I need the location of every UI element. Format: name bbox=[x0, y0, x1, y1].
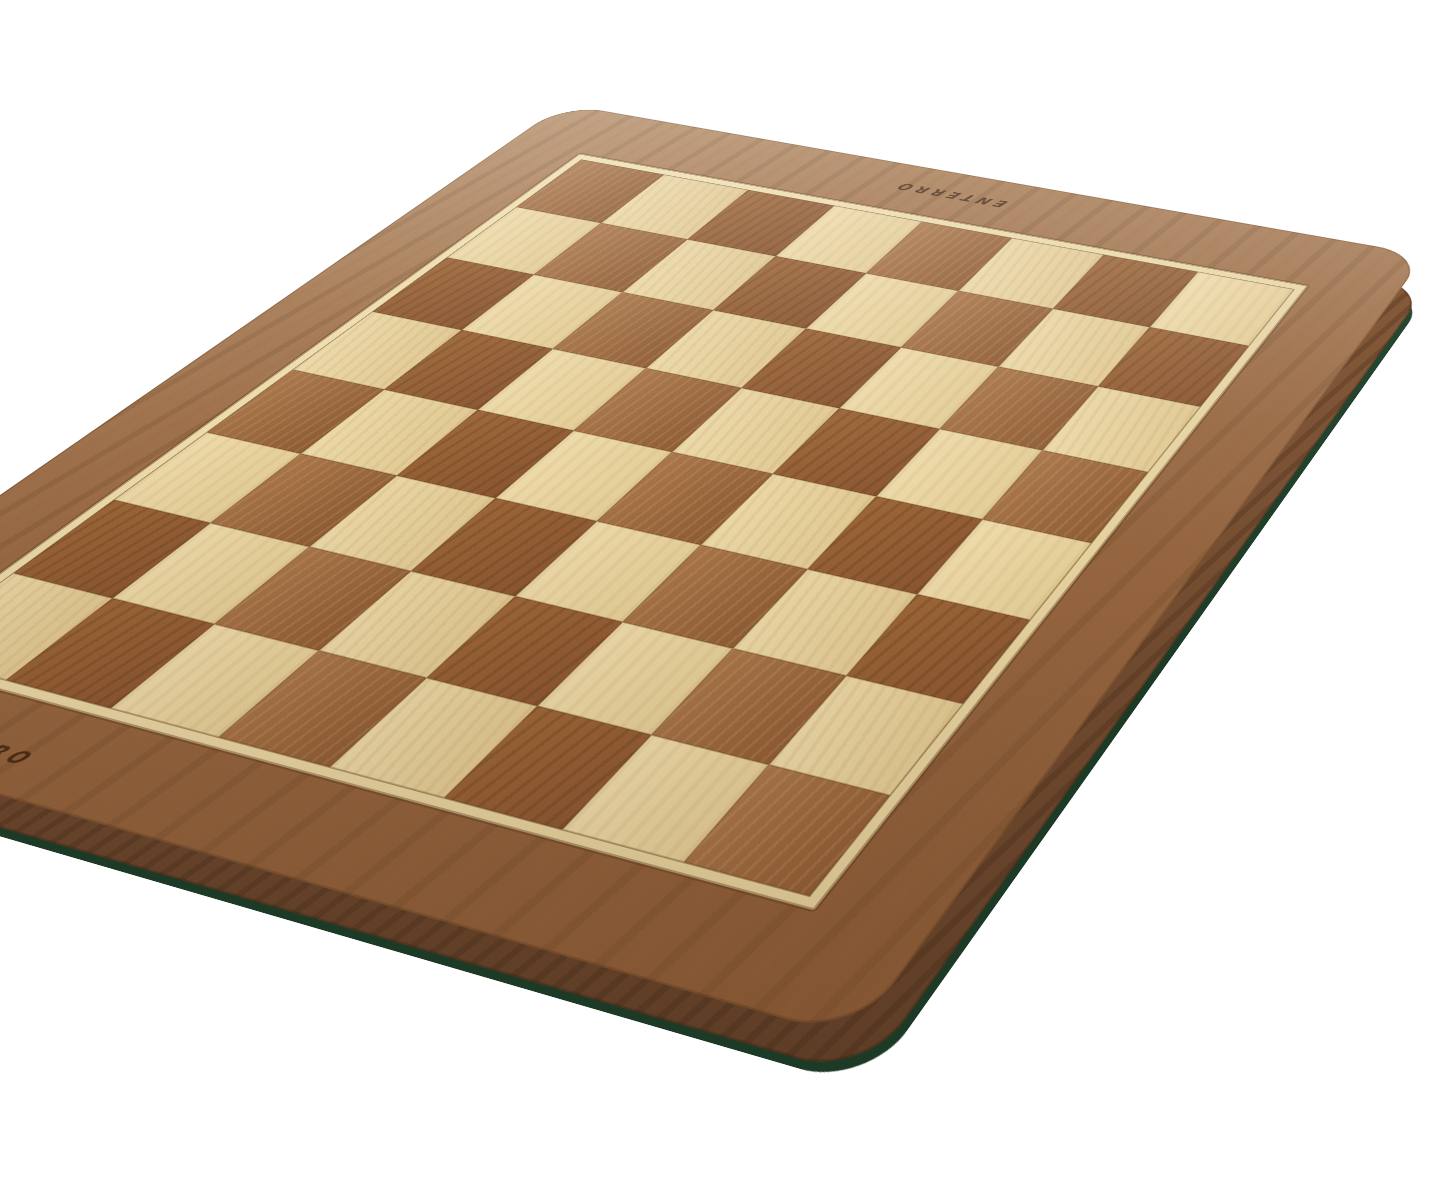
brand-engraving-near: ENTERRO bbox=[0, 714, 42, 770]
chess-board: ENTERRO ENTERRO bbox=[0, 104, 1426, 1039]
photo-scene: ENTERRO ENTERRO bbox=[0, 0, 1445, 1193]
board-grid bbox=[0, 160, 1294, 896]
